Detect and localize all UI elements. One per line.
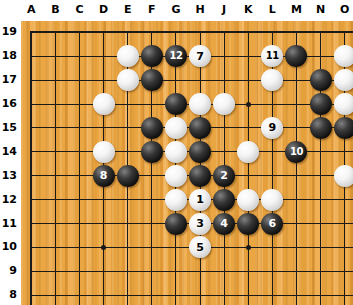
row-label: 18 xyxy=(0,49,17,63)
go-stone-white xyxy=(189,93,211,115)
go-stone-white xyxy=(165,165,187,187)
move-number: 2 xyxy=(220,170,228,181)
row-label: 8 xyxy=(0,288,17,302)
go-stone-white xyxy=(237,189,259,211)
go-stone-white xyxy=(334,45,353,67)
go-stone-white xyxy=(334,165,353,187)
move-number: 12 xyxy=(169,51,182,61)
go-stone-white xyxy=(165,141,187,163)
go-stone-white xyxy=(93,141,115,163)
column-label: H xyxy=(190,3,210,17)
row-label: 13 xyxy=(0,169,17,183)
column-label: D xyxy=(94,3,114,17)
go-stone-white: 7 xyxy=(189,45,211,67)
grid-line-vertical xyxy=(55,31,56,305)
go-stone-black xyxy=(310,117,332,139)
grid-line-vertical xyxy=(248,31,249,305)
go-stone-white xyxy=(334,93,353,115)
grid-line-horizontal xyxy=(30,271,353,272)
column-label: F xyxy=(142,3,162,17)
row-label: 14 xyxy=(0,145,17,159)
go-stone-black xyxy=(141,141,163,163)
column-label: J xyxy=(214,3,234,17)
go-stone-black: 2 xyxy=(213,165,235,187)
column-label: C xyxy=(70,3,90,17)
go-stone-black: 10 xyxy=(285,141,307,163)
column-label: O xyxy=(335,3,353,17)
go-stone-black xyxy=(189,165,211,187)
move-number: 6 xyxy=(268,218,276,229)
column-label: L xyxy=(262,3,282,17)
go-stone-white: 9 xyxy=(261,117,283,139)
grid-line-horizontal xyxy=(30,295,353,296)
go-stone-black xyxy=(141,117,163,139)
move-number: 3 xyxy=(196,218,204,229)
grid-line-vertical xyxy=(79,31,80,305)
move-number: 7 xyxy=(196,51,204,62)
column-label: G xyxy=(166,3,186,17)
row-label: 11 xyxy=(0,217,17,231)
column-label: A xyxy=(21,3,41,17)
go-stone-black xyxy=(141,69,163,91)
grid-line-horizontal xyxy=(30,31,353,33)
row-label: 15 xyxy=(0,121,17,135)
move-number: 11 xyxy=(266,51,279,61)
go-stone-black: 6 xyxy=(261,213,283,235)
star-point xyxy=(246,102,251,107)
move-number: 8 xyxy=(100,170,108,181)
row-label: 12 xyxy=(0,193,17,207)
go-board-diagram: ABCDEFGHJKLMNO 1918171615141312111098 12… xyxy=(0,0,353,305)
go-stone-black xyxy=(117,165,139,187)
move-number: 5 xyxy=(196,242,204,253)
column-label: K xyxy=(238,3,258,17)
go-stone-black xyxy=(165,213,187,235)
go-stone-black xyxy=(189,117,211,139)
move-number: 9 xyxy=(268,122,276,133)
star-point xyxy=(246,245,251,250)
column-label: B xyxy=(45,3,65,17)
go-stone-black xyxy=(237,213,259,235)
move-number: 1 xyxy=(196,194,204,205)
go-stone-white xyxy=(237,141,259,163)
move-number: 4 xyxy=(220,218,228,229)
go-stone-black xyxy=(141,45,163,67)
go-stone-white xyxy=(261,189,283,211)
row-label: 9 xyxy=(0,264,17,278)
go-stone-black xyxy=(285,45,307,67)
go-stone-white xyxy=(93,93,115,115)
star-point xyxy=(101,245,106,250)
grid-line-vertical xyxy=(296,31,297,305)
go-stone-white: 3 xyxy=(189,213,211,235)
go-stone-white: 1 xyxy=(189,189,211,211)
row-label: 16 xyxy=(0,97,17,111)
column-label: E xyxy=(118,3,138,17)
go-stone-black xyxy=(310,93,332,115)
go-stone-white xyxy=(261,69,283,91)
grid-line-vertical xyxy=(30,31,32,305)
go-stone-black xyxy=(189,141,211,163)
go-stone-white xyxy=(165,189,187,211)
move-number: 10 xyxy=(290,147,303,157)
go-stone-black: 4 xyxy=(213,213,235,235)
column-label: N xyxy=(311,3,331,17)
column-label: M xyxy=(286,3,306,17)
go-stone-white xyxy=(117,69,139,91)
go-stone-white xyxy=(213,93,235,115)
go-stone-white xyxy=(117,45,139,67)
go-stone-black xyxy=(310,69,332,91)
go-stone-black xyxy=(334,117,353,139)
row-label: 10 xyxy=(0,240,17,254)
go-stone-black xyxy=(213,189,235,211)
go-board[interactable]: 127119108213465 xyxy=(21,21,353,305)
go-stone-white xyxy=(334,69,353,91)
go-stone-black: 12 xyxy=(165,45,187,67)
row-label: 19 xyxy=(0,25,17,39)
go-stone-black xyxy=(165,93,187,115)
go-stone-black: 8 xyxy=(93,165,115,187)
go-stone-white: 5 xyxy=(189,236,211,258)
grid-line-horizontal xyxy=(30,80,353,81)
go-stone-white: 11 xyxy=(261,45,283,67)
go-stone-white xyxy=(165,117,187,139)
row-label: 17 xyxy=(0,73,17,87)
